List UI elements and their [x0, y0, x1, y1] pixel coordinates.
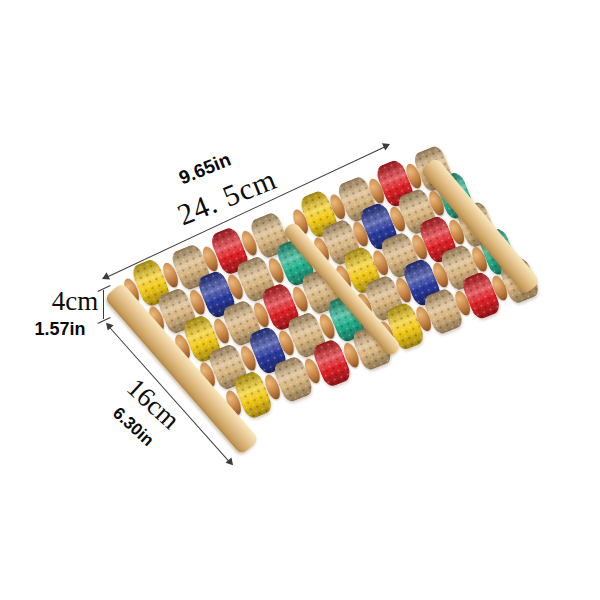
tick-mark	[97, 285, 110, 292]
arrow-icon	[103, 320, 114, 331]
height-inches-label: 1.57in	[34, 319, 85, 340]
arrow-icon	[100, 272, 110, 282]
arrow-icon	[382, 141, 392, 151]
height-cm-label: 4cm	[52, 286, 99, 317]
product-scene: 9.65in 24. 5cm 4cm 1.57in 16cm 6.30in	[0, 0, 600, 600]
arrow-icon	[225, 458, 236, 469]
height-dimension-line	[103, 290, 104, 319]
